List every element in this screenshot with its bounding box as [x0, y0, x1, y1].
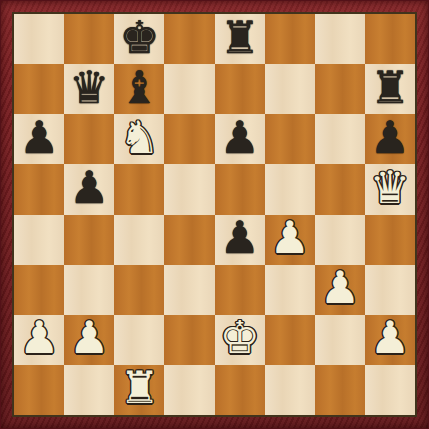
- square-h6[interactable]: ♟: [365, 114, 415, 164]
- square-f8[interactable]: [265, 14, 315, 64]
- square-d8[interactable]: [164, 14, 214, 64]
- piece-white-queen-h5[interactable]: ♛: [370, 165, 410, 210]
- square-d2[interactable]: [164, 315, 214, 365]
- square-c5[interactable]: [114, 164, 164, 214]
- piece-white-king-e2[interactable]: ♚: [219, 315, 259, 360]
- square-h8[interactable]: [365, 14, 415, 64]
- square-f2[interactable]: [265, 315, 315, 365]
- piece-white-pawn-g3[interactable]: ♟: [320, 265, 360, 310]
- square-e6[interactable]: ♟: [215, 114, 265, 164]
- square-c4[interactable]: [114, 215, 164, 265]
- square-e4[interactable]: ♟: [215, 215, 265, 265]
- square-d3[interactable]: [164, 265, 214, 315]
- square-a3[interactable]: [14, 265, 64, 315]
- square-a1[interactable]: [14, 365, 64, 415]
- piece-white-knight-c6[interactable]: ♞: [119, 115, 159, 160]
- square-h3[interactable]: [365, 265, 415, 315]
- piece-white-pawn-a2[interactable]: ♟: [19, 315, 59, 360]
- piece-black-rook-e8[interactable]: ♜: [219, 15, 259, 60]
- square-h5[interactable]: ♛: [365, 164, 415, 214]
- square-c6[interactable]: ♞: [114, 114, 164, 164]
- square-f1[interactable]: [265, 365, 315, 415]
- square-a8[interactable]: [14, 14, 64, 64]
- piece-black-pawn-e4[interactable]: ♟: [219, 215, 259, 260]
- piece-black-pawn-h6[interactable]: ♟: [370, 115, 410, 160]
- square-g7[interactable]: [315, 64, 365, 114]
- square-b1[interactable]: [64, 365, 114, 415]
- square-c7[interactable]: ♝: [114, 64, 164, 114]
- piece-white-pawn-h2[interactable]: ♟: [370, 315, 410, 360]
- piece-black-pawn-b5[interactable]: ♟: [69, 165, 109, 210]
- square-g2[interactable]: [315, 315, 365, 365]
- square-e7[interactable]: [215, 64, 265, 114]
- piece-white-rook-c1[interactable]: ♜: [119, 365, 159, 410]
- square-d5[interactable]: [164, 164, 214, 214]
- square-a5[interactable]: [14, 164, 64, 214]
- square-c8[interactable]: ♚: [114, 14, 164, 64]
- piece-black-king-c8[interactable]: ♚: [119, 15, 159, 60]
- square-d6[interactable]: [164, 114, 214, 164]
- square-f4[interactable]: ♟: [265, 215, 315, 265]
- chess-board-frame: ♚♜♛♝♜♟♞♟♟♟♛♟♟♟♟♟♚♟♜: [0, 0, 429, 429]
- square-g6[interactable]: [315, 114, 365, 164]
- square-f5[interactable]: [265, 164, 315, 214]
- square-g1[interactable]: [315, 365, 365, 415]
- square-g5[interactable]: [315, 164, 365, 214]
- square-b8[interactable]: [64, 14, 114, 64]
- square-a4[interactable]: [14, 215, 64, 265]
- square-f3[interactable]: [265, 265, 315, 315]
- square-d7[interactable]: [164, 64, 214, 114]
- square-a2[interactable]: ♟: [14, 315, 64, 365]
- chess-board: ♚♜♛♝♜♟♞♟♟♟♛♟♟♟♟♟♚♟♜: [12, 12, 417, 417]
- square-d1[interactable]: [164, 365, 214, 415]
- square-c3[interactable]: [114, 265, 164, 315]
- square-h1[interactable]: [365, 365, 415, 415]
- square-b5[interactable]: ♟: [64, 164, 114, 214]
- square-b2[interactable]: ♟: [64, 315, 114, 365]
- square-e8[interactable]: ♜: [215, 14, 265, 64]
- square-f7[interactable]: [265, 64, 315, 114]
- piece-black-queen-b7[interactable]: ♛: [69, 65, 109, 110]
- square-e2[interactable]: ♚: [215, 315, 265, 365]
- square-a6[interactable]: ♟: [14, 114, 64, 164]
- square-d4[interactable]: [164, 215, 214, 265]
- piece-black-rook-h7[interactable]: ♜: [370, 65, 410, 110]
- square-b7[interactable]: ♛: [64, 64, 114, 114]
- square-g8[interactable]: [315, 14, 365, 64]
- piece-black-pawn-a6[interactable]: ♟: [19, 115, 59, 160]
- square-h2[interactable]: ♟: [365, 315, 415, 365]
- square-h4[interactable]: [365, 215, 415, 265]
- piece-black-bishop-c7[interactable]: ♝: [119, 65, 159, 110]
- square-b4[interactable]: [64, 215, 114, 265]
- square-b6[interactable]: [64, 114, 114, 164]
- piece-white-pawn-f4[interactable]: ♟: [270, 215, 310, 260]
- piece-black-pawn-e6[interactable]: ♟: [219, 115, 259, 160]
- square-h7[interactable]: ♜: [365, 64, 415, 114]
- square-a7[interactable]: [14, 64, 64, 114]
- square-f6[interactable]: [265, 114, 315, 164]
- square-e5[interactable]: [215, 164, 265, 214]
- square-b3[interactable]: [64, 265, 114, 315]
- square-c1[interactable]: ♜: [114, 365, 164, 415]
- square-c2[interactable]: [114, 315, 164, 365]
- square-e1[interactable]: [215, 365, 265, 415]
- square-e3[interactable]: [215, 265, 265, 315]
- piece-white-pawn-b2[interactable]: ♟: [69, 315, 109, 360]
- square-g3[interactable]: ♟: [315, 265, 365, 315]
- square-g4[interactable]: [315, 215, 365, 265]
